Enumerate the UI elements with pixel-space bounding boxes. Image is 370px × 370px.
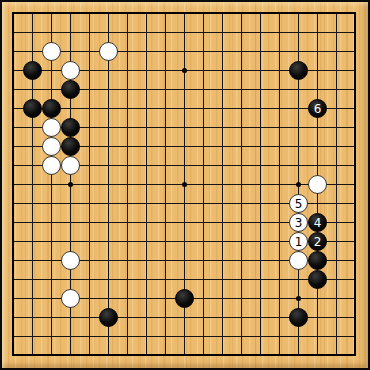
black-stone xyxy=(308,270,327,289)
black-stone xyxy=(61,80,80,99)
black-stone xyxy=(23,61,42,80)
black-stone xyxy=(99,308,118,327)
white-stone xyxy=(61,289,80,308)
white-stone xyxy=(308,175,327,194)
white-stone xyxy=(42,118,61,137)
white-stone xyxy=(42,42,61,61)
white-stone xyxy=(289,251,308,270)
black-stone xyxy=(308,251,327,270)
white-stone xyxy=(99,42,118,61)
white-stone-move-5: 5 xyxy=(289,194,308,213)
star-point xyxy=(182,182,187,187)
board-intersections-grid[interactable]: 653412 xyxy=(4,4,365,365)
black-stone-move-6: 6 xyxy=(308,99,327,118)
white-stone xyxy=(42,156,61,175)
white-stone xyxy=(61,61,80,80)
black-stone xyxy=(175,289,194,308)
star-point xyxy=(296,296,301,301)
white-stone-move-3: 3 xyxy=(289,213,308,232)
star-point xyxy=(182,68,187,73)
white-stone xyxy=(42,137,61,156)
star-point xyxy=(68,182,73,187)
star-point xyxy=(296,182,301,187)
black-stone xyxy=(61,137,80,156)
go-board: 653412 xyxy=(0,0,370,370)
black-stone xyxy=(61,118,80,137)
black-stone xyxy=(289,61,308,80)
white-stone-move-1: 1 xyxy=(289,232,308,251)
black-stone xyxy=(289,308,308,327)
white-stone xyxy=(61,156,80,175)
white-stone xyxy=(61,251,80,270)
black-stone xyxy=(42,99,61,118)
black-stone xyxy=(23,99,42,118)
black-stone-move-2: 2 xyxy=(308,232,327,251)
black-stone-move-4: 4 xyxy=(308,213,327,232)
